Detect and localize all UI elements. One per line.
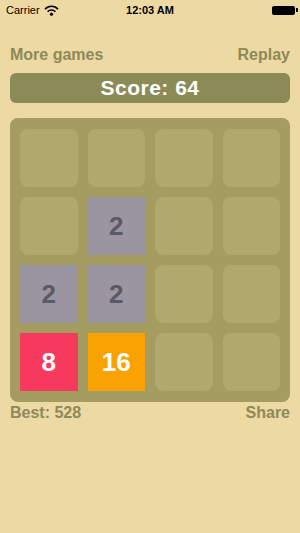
empty-cell-r2c4 [223, 197, 281, 255]
empty-cell-r2c1 [20, 197, 78, 255]
battery-icon [272, 6, 295, 15]
game-board[interactable]: 222816 [10, 118, 290, 402]
best-score-label: Best: 528 [10, 404, 81, 422]
tile-2-r3c2: 2 [88, 265, 146, 323]
empty-cell-r3c3 [155, 265, 213, 323]
replay-button[interactable]: Replay [238, 46, 290, 64]
empty-cell-r1c4 [223, 129, 281, 187]
empty-cell-r4c4 [223, 333, 281, 391]
empty-cell-r2c3 [155, 197, 213, 255]
clock-label: 12:03 AM [126, 4, 174, 16]
footer-row: Best: 528 Share [10, 404, 290, 422]
share-button[interactable]: Share [246, 404, 290, 422]
more-games-button[interactable]: More games [10, 46, 103, 64]
tile-8-r4c1: 8 [20, 333, 78, 391]
status-bar: Carrier 12:03 AM [0, 0, 300, 20]
empty-cell-r3c4 [223, 265, 281, 323]
score-label: Score: 64 [100, 76, 199, 100]
app-screen: Carrier 12:03 AM More games Replay Score… [0, 0, 300, 533]
tile-16-r4c2: 16 [88, 333, 146, 391]
empty-cell-r1c1 [20, 129, 78, 187]
empty-cell-r4c3 [155, 333, 213, 391]
nav-row: More games Replay [10, 46, 290, 64]
empty-cell-r1c3 [155, 129, 213, 187]
empty-cell-r1c2 [88, 129, 146, 187]
tile-2-r3c1: 2 [20, 265, 78, 323]
score-banner: Score: 64 [10, 73, 290, 103]
tile-2-r2c2: 2 [88, 197, 146, 255]
